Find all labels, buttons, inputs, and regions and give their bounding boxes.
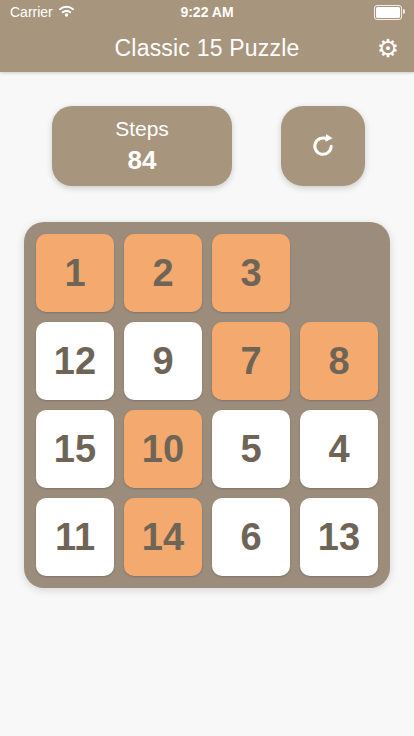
page-title: Classic 15 Puzzle [115, 35, 300, 62]
controls-row: Steps 84 [0, 106, 414, 186]
tile-11[interactable]: 11 [36, 498, 114, 576]
battery-icon [374, 5, 402, 20]
tile-7[interactable]: 7 [212, 322, 290, 400]
status-bar: Carrier 9:22 AM [0, 0, 414, 24]
refresh-icon [309, 131, 337, 162]
puzzle-board: 123129781510541114613 [24, 222, 390, 588]
carrier-label: Carrier [10, 4, 53, 20]
tile-1[interactable]: 1 [36, 234, 114, 312]
nav-bar: Classic 15 Puzzle ⚙ [0, 24, 414, 72]
steps-label: Steps [115, 117, 169, 141]
gear-icon[interactable]: ⚙ [370, 30, 406, 66]
tile-13[interactable]: 13 [300, 498, 378, 576]
tile-4[interactable]: 4 [300, 410, 378, 488]
tile-6[interactable]: 6 [212, 498, 290, 576]
tile-5[interactable]: 5 [212, 410, 290, 488]
tile-15[interactable]: 15 [36, 410, 114, 488]
tile-9[interactable]: 9 [124, 322, 202, 400]
tile-3[interactable]: 3 [212, 234, 290, 312]
steps-value: 84 [128, 145, 157, 176]
empty-cell [300, 234, 378, 312]
tile-2[interactable]: 2 [124, 234, 202, 312]
tile-10[interactable]: 10 [124, 410, 202, 488]
wifi-icon [58, 4, 75, 20]
reset-button[interactable] [281, 106, 365, 186]
steps-counter: Steps 84 [52, 106, 232, 186]
tile-14[interactable]: 14 [124, 498, 202, 576]
tile-12[interactable]: 12 [36, 322, 114, 400]
tile-8[interactable]: 8 [300, 322, 378, 400]
top-chrome: Carrier 9:22 AM Classic 15 Puzzle ⚙ [0, 0, 414, 72]
